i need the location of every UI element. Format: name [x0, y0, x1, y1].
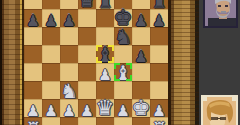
square-e1[interactable]	[96, 117, 114, 125]
square-g1[interactable]	[132, 117, 150, 125]
square-d6[interactable]	[78, 27, 96, 45]
square-a1[interactable]: ♜	[24, 117, 42, 125]
square-a3[interactable]	[24, 81, 42, 99]
square-e6[interactable]	[96, 27, 114, 45]
square-d8[interactable]: ♛	[78, 0, 96, 9]
white-king-g2: ♚	[132, 98, 151, 119]
board-viewport: ♛♜♜♟♟♟♚♟♟♞♝♟♟♝♞♟♟♟♟♛♟♚♟♜♜	[24, 0, 168, 125]
square-a2[interactable]: ♟	[24, 99, 42, 117]
square-a5[interactable]	[24, 45, 42, 63]
square-g5[interactable]: ♟	[132, 45, 150, 63]
square-d3[interactable]	[78, 81, 96, 99]
square-e4[interactable]: ♟	[96, 63, 114, 81]
square-a6[interactable]	[24, 27, 42, 45]
square-b7[interactable]: ♟	[42, 9, 60, 27]
square-h3[interactable]	[150, 81, 168, 99]
square-g2[interactable]: ♚	[132, 99, 150, 117]
side-panel	[199, 0, 240, 125]
portrait-corner-ornament	[232, 96, 237, 101]
square-f2[interactable]: ♟	[114, 99, 132, 117]
square-d1[interactable]	[78, 117, 96, 125]
square-h1[interactable]: ♜	[150, 117, 168, 125]
board-frame-right	[168, 0, 199, 125]
square-c8[interactable]	[60, 0, 78, 9]
square-c1[interactable]	[60, 117, 78, 125]
player-avatar	[203, 97, 236, 125]
square-e3[interactable]	[96, 81, 114, 99]
square-h8[interactable]: ♜	[150, 0, 168, 9]
selection-cursor-yellow	[96, 45, 114, 63]
square-a8[interactable]	[24, 0, 42, 9]
black-knight-f6: ♞	[114, 27, 132, 47]
square-g3[interactable]	[132, 81, 150, 99]
square-f4[interactable]: ♝	[114, 63, 132, 81]
square-c6[interactable]	[60, 27, 78, 45]
square-b3[interactable]	[42, 81, 60, 99]
square-b5[interactable]	[42, 45, 60, 63]
square-h5[interactable]	[150, 45, 168, 63]
square-d2[interactable]: ♟	[78, 99, 96, 117]
square-e7[interactable]	[96, 9, 114, 27]
square-c3[interactable]: ♞	[60, 81, 78, 99]
square-h2[interactable]: ♟	[150, 99, 168, 117]
white-queen-e2: ♛	[96, 98, 115, 119]
square-f1[interactable]	[114, 117, 132, 125]
square-a4[interactable]	[24, 63, 42, 81]
portrait-corner-ornament	[202, 96, 207, 101]
square-c5[interactable]	[60, 45, 78, 63]
square-c2[interactable]: ♟	[60, 99, 78, 117]
square-e8[interactable]: ♜	[96, 0, 114, 9]
opponent-avatar	[205, 0, 236, 26]
square-f5[interactable]	[114, 45, 132, 63]
square-a7[interactable]: ♟	[24, 9, 42, 27]
opponent-portrait	[203, 0, 238, 28]
white-rook-a1: ♜	[25, 120, 40, 125]
square-c4[interactable]	[60, 63, 78, 81]
white-knight-c3: ♞	[60, 81, 78, 101]
board-frame-left	[0, 0, 24, 125]
square-b2[interactable]: ♟	[42, 99, 60, 117]
square-h4[interactable]	[150, 63, 168, 81]
chess-board[interactable]: ♛♜♜♟♟♟♚♟♟♞♝♟♟♝♞♟♟♟♟♛♟♚♟♜♜	[24, 0, 168, 125]
square-g6[interactable]	[132, 27, 150, 45]
white-rook-h1: ♜	[151, 120, 166, 125]
square-b1[interactable]	[42, 117, 60, 125]
square-f7[interactable]: ♚	[114, 9, 132, 27]
square-b8[interactable]	[42, 0, 60, 9]
square-g7[interactable]: ♟	[132, 9, 150, 27]
square-f3[interactable]	[114, 81, 132, 99]
square-e5[interactable]: ♝	[96, 45, 114, 63]
player-portrait	[201, 95, 238, 125]
square-d4[interactable]	[78, 63, 96, 81]
square-b6[interactable]	[42, 27, 60, 45]
game-screen: ♛♜♜♟♟♟♚♟♟♞♝♟♟♝♞♟♟♟♟♛♟♚♟♜♜	[0, 0, 240, 125]
square-c7[interactable]: ♟	[60, 9, 78, 27]
square-e2[interactable]: ♛	[96, 99, 114, 117]
square-d7[interactable]	[78, 9, 96, 27]
square-g8[interactable]	[132, 0, 150, 9]
square-f8[interactable]	[114, 0, 132, 9]
square-g4[interactable]	[132, 63, 150, 81]
black-king-f7: ♚	[114, 8, 133, 29]
square-h7[interactable]: ♟	[150, 9, 168, 27]
square-d5[interactable]	[78, 45, 96, 63]
selection-cursor-green	[114, 63, 132, 81]
square-h6[interactable]	[150, 27, 168, 45]
square-b4[interactable]	[42, 63, 60, 81]
square-f6[interactable]: ♞	[114, 27, 132, 45]
